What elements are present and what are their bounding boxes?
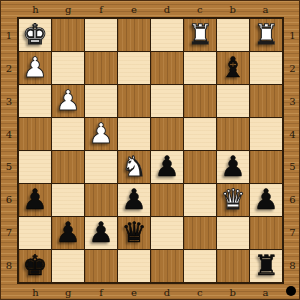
coord-label-e: e: [118, 1, 151, 17]
square-h8[interactable]: ♚: [19, 250, 51, 282]
square-b6[interactable]: ♛: [217, 184, 249, 216]
square-e4[interactable]: [118, 118, 150, 150]
square-d5[interactable]: ♟: [151, 151, 183, 183]
square-a3[interactable]: [250, 85, 282, 117]
coord-label-1: 1: [285, 19, 300, 52]
square-h6[interactable]: ♟: [19, 184, 51, 216]
rank-labels-left: 12345678: [1, 19, 17, 282]
black-pawn[interactable]: ♟: [151, 151, 183, 183]
coord-label-5: 5: [1, 151, 17, 184]
square-b2[interactable]: ♝: [217, 52, 249, 84]
square-h3[interactable]: [19, 85, 51, 117]
coord-label-3: 3: [285, 85, 300, 118]
coord-label-d: d: [151, 284, 184, 300]
coord-label-7: 7: [285, 216, 300, 249]
square-f4[interactable]: ♟: [85, 118, 117, 150]
square-e5[interactable]: ♞: [118, 151, 150, 183]
square-f2[interactable]: [85, 52, 117, 84]
square-c3[interactable]: [184, 85, 216, 117]
coord-label-6: 6: [285, 183, 300, 216]
square-a5[interactable]: [250, 151, 282, 183]
chess-board: ♚♜♜♟♝♟♟♞♟♟♟♟♛♟♟♟♛♚♜: [17, 17, 284, 284]
square-a8[interactable]: ♜: [250, 250, 282, 282]
square-d8[interactable]: [151, 250, 183, 282]
square-h1[interactable]: ♚: [19, 19, 51, 51]
black-pawn[interactable]: ♟: [85, 217, 117, 249]
white-rook[interactable]: ♜: [184, 19, 216, 51]
coord-label-h: h: [19, 1, 52, 17]
square-g5[interactable]: [52, 151, 84, 183]
square-c2[interactable]: [184, 52, 216, 84]
square-g2[interactable]: [52, 52, 84, 84]
square-e7[interactable]: ♛: [118, 217, 150, 249]
coord-label-2: 2: [1, 52, 17, 85]
coord-label-1: 1: [1, 19, 17, 52]
square-c1[interactable]: ♜: [184, 19, 216, 51]
coord-label-f: f: [85, 284, 118, 300]
square-a7[interactable]: [250, 217, 282, 249]
coord-label-2: 2: [285, 52, 300, 85]
file-labels-top: hgfedcba: [19, 1, 282, 17]
black-queen[interactable]: ♛: [118, 217, 150, 249]
black-pawn[interactable]: ♟: [118, 184, 150, 216]
square-d6[interactable]: [151, 184, 183, 216]
coord-label-3: 3: [1, 85, 17, 118]
square-e2[interactable]: [118, 52, 150, 84]
coord-label-g: g: [52, 284, 85, 300]
square-b3[interactable]: [217, 85, 249, 117]
coord-label-a: a: [249, 284, 282, 300]
white-pawn[interactable]: ♟: [52, 85, 84, 117]
chess-board-window: hgfedcba hgfedcba 12345678 12345678 ♚♜♜♟…: [0, 0, 300, 300]
square-h7[interactable]: [19, 217, 51, 249]
square-a4[interactable]: [250, 118, 282, 150]
coord-label-6: 6: [1, 183, 17, 216]
white-knight[interactable]: ♞: [118, 151, 150, 183]
square-d1[interactable]: [151, 19, 183, 51]
square-a2[interactable]: [250, 52, 282, 84]
white-queen[interactable]: ♛: [217, 184, 249, 216]
black-king[interactable]: ♚: [19, 250, 51, 282]
white-rook[interactable]: ♜: [250, 19, 282, 51]
square-b5[interactable]: ♟: [217, 151, 249, 183]
square-f7[interactable]: ♟: [85, 217, 117, 249]
square-d7[interactable]: [151, 217, 183, 249]
square-g6[interactable]: [52, 184, 84, 216]
coord-label-h: h: [19, 284, 52, 300]
coord-label-b: b: [216, 284, 249, 300]
square-e8[interactable]: [118, 250, 150, 282]
coord-label-4: 4: [1, 118, 17, 151]
square-e6[interactable]: ♟: [118, 184, 150, 216]
square-b7[interactable]: [217, 217, 249, 249]
black-bishop[interactable]: ♝: [217, 52, 249, 84]
square-a6[interactable]: ♟: [250, 184, 282, 216]
square-h5[interactable]: [19, 151, 51, 183]
square-c4[interactable]: [184, 118, 216, 150]
black-pawn[interactable]: ♟: [19, 184, 51, 216]
square-d2[interactable]: [151, 52, 183, 84]
square-d3[interactable]: [151, 85, 183, 117]
square-c7[interactable]: [184, 217, 216, 249]
black-pawn[interactable]: ♟: [250, 184, 282, 216]
square-d4[interactable]: [151, 118, 183, 150]
coord-label-c: c: [183, 1, 216, 17]
file-labels-bottom: hgfedcba: [19, 284, 282, 300]
square-g4[interactable]: [52, 118, 84, 150]
square-c6[interactable]: [184, 184, 216, 216]
square-a1[interactable]: ♜: [250, 19, 282, 51]
coord-label-5: 5: [285, 151, 300, 184]
square-h2[interactable]: ♟: [19, 52, 51, 84]
square-g8[interactable]: [52, 250, 84, 282]
black-pawn[interactable]: ♟: [217, 151, 249, 183]
square-g7[interactable]: ♟: [52, 217, 84, 249]
square-b1[interactable]: [217, 19, 249, 51]
square-c5[interactable]: [184, 151, 216, 183]
square-e1[interactable]: [118, 19, 150, 51]
coord-label-e: e: [118, 284, 151, 300]
square-f8[interactable]: [85, 250, 117, 282]
coord-label-8: 8: [285, 249, 300, 282]
coord-label-a: a: [249, 1, 282, 17]
coord-label-4: 4: [285, 118, 300, 151]
white-pawn[interactable]: ♟: [19, 52, 51, 84]
black-rook[interactable]: ♜: [250, 250, 282, 282]
square-f5[interactable]: [85, 151, 117, 183]
coord-label-g: g: [52, 1, 85, 17]
black-to-move-indicator: [286, 286, 296, 296]
square-f1[interactable]: [85, 19, 117, 51]
square-g1[interactable]: [52, 19, 84, 51]
coord-label-b: b: [216, 1, 249, 17]
coord-label-d: d: [151, 1, 184, 17]
black-pawn[interactable]: ♟: [52, 217, 84, 249]
coord-label-c: c: [183, 284, 216, 300]
square-e3[interactable]: [118, 85, 150, 117]
coord-label-8: 8: [1, 249, 17, 282]
white-pawn[interactable]: ♟: [85, 118, 117, 150]
square-f3[interactable]: [85, 85, 117, 117]
square-c8[interactable]: [184, 250, 216, 282]
coord-label-f: f: [85, 1, 118, 17]
coord-label-7: 7: [1, 216, 17, 249]
square-f6[interactable]: [85, 184, 117, 216]
rank-labels-right: 12345678: [285, 19, 300, 282]
square-g3[interactable]: ♟: [52, 85, 84, 117]
square-b8[interactable]: [217, 250, 249, 282]
square-h4[interactable]: [19, 118, 51, 150]
white-king[interactable]: ♚: [19, 19, 51, 51]
square-b4[interactable]: [217, 118, 249, 150]
